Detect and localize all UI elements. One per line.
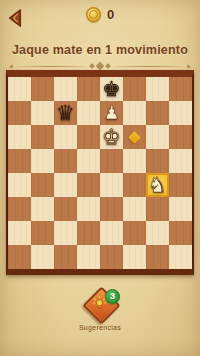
square-e7[interactable]: ♟ (100, 101, 123, 125)
square-c3[interactable] (54, 197, 77, 221)
square-f7[interactable] (123, 101, 146, 125)
square-g8[interactable] (146, 77, 169, 101)
square-h4[interactable] (169, 173, 192, 197)
square-h5[interactable] (169, 149, 192, 173)
square-c5[interactable] (54, 149, 77, 173)
chess-puzzle-app: 0 Jaque mate en 1 movimiento ♚♛♟♚♞ 3 Sug… (0, 0, 200, 356)
square-h6[interactable] (169, 125, 192, 149)
square-e5[interactable] (100, 149, 123, 173)
square-e8[interactable]: ♚ (100, 77, 123, 101)
square-a8[interactable] (8, 77, 31, 101)
square-c7[interactable]: ♛ (54, 101, 77, 125)
piece-white-knight[interactable]: ♞ (148, 173, 167, 197)
square-c1[interactable] (54, 245, 77, 269)
square-a2[interactable] (8, 221, 31, 245)
hint-marker-diamond (128, 131, 141, 144)
square-d5[interactable] (77, 149, 100, 173)
piece-white-king[interactable]: ♚ (102, 125, 121, 149)
square-d2[interactable] (77, 221, 100, 245)
square-a1[interactable] (8, 245, 31, 269)
square-b6[interactable] (31, 125, 54, 149)
square-g7[interactable] (146, 101, 169, 125)
square-h3[interactable] (169, 197, 192, 221)
square-g6[interactable] (146, 125, 169, 149)
square-h7[interactable] (169, 101, 192, 125)
square-g3[interactable] (146, 197, 169, 221)
square-d6[interactable] (77, 125, 100, 149)
square-g5[interactable] (146, 149, 169, 173)
hint-label: Sugerencias (0, 324, 200, 331)
square-g1[interactable] (146, 245, 169, 269)
square-b8[interactable] (31, 77, 54, 101)
square-d8[interactable] (77, 77, 100, 101)
square-f5[interactable] (123, 149, 146, 173)
square-b7[interactable] (31, 101, 54, 125)
square-b2[interactable] (31, 221, 54, 245)
square-b1[interactable] (31, 245, 54, 269)
square-f2[interactable] (123, 221, 146, 245)
square-b4[interactable] (31, 173, 54, 197)
hint-count-badge: 3 (105, 289, 120, 304)
piece-black-king[interactable]: ♚ (102, 77, 121, 101)
chess-board-frame: ♚♛♟♚♞ (6, 70, 194, 275)
ornamental-divider (10, 62, 190, 70)
square-b5[interactable] (31, 149, 54, 173)
puzzle-title: Jaque mate en 1 movimiento (0, 43, 200, 57)
square-e2[interactable] (100, 221, 123, 245)
square-f6[interactable] (123, 125, 146, 149)
square-c2[interactable] (54, 221, 77, 245)
square-e1[interactable] (100, 245, 123, 269)
square-c4[interactable] (54, 173, 77, 197)
square-f4[interactable] (123, 173, 146, 197)
square-a6[interactable] (8, 125, 31, 149)
square-c6[interactable] (54, 125, 77, 149)
square-f8[interactable] (123, 77, 146, 101)
square-e3[interactable] (100, 197, 123, 221)
square-a4[interactable] (8, 173, 31, 197)
square-c8[interactable] (54, 77, 77, 101)
square-e6[interactable]: ♚ (100, 125, 123, 149)
piece-black-queen[interactable]: ♛ (56, 101, 75, 125)
square-g4[interactable]: ♞ (146, 173, 169, 197)
square-b3[interactable] (31, 197, 54, 221)
square-e4[interactable] (100, 173, 123, 197)
square-f1[interactable] (123, 245, 146, 269)
square-d7[interactable] (77, 101, 100, 125)
square-a7[interactable] (8, 101, 31, 125)
chess-board: ♚♛♟♚♞ (8, 77, 192, 269)
coin-counter: 0 (0, 7, 200, 22)
square-d1[interactable] (77, 245, 100, 269)
square-h8[interactable] (169, 77, 192, 101)
square-a3[interactable] (8, 197, 31, 221)
square-f3[interactable] (123, 197, 146, 221)
coin-icon (86, 7, 101, 22)
piece-white-pawn[interactable]: ♟ (103, 101, 119, 125)
square-d3[interactable] (77, 197, 100, 221)
hint-button[interactable]: 3 (82, 288, 118, 322)
square-d4[interactable] (77, 173, 100, 197)
square-g2[interactable] (146, 221, 169, 245)
square-h1[interactable] (169, 245, 192, 269)
square-a5[interactable] (8, 149, 31, 173)
square-h2[interactable] (169, 221, 192, 245)
coin-count: 0 (107, 7, 114, 22)
